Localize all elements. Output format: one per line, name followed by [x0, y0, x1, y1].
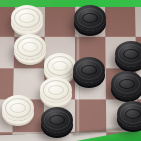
dark-square-c2r0: [45, 7, 75, 37]
white-checker-piece-c2r2[interactable]: [44, 53, 76, 79]
light-square-c0r1: [0, 37, 14, 68]
white-checker-piece-c1r0[interactable]: [11, 5, 43, 31]
black-checker-piece-c2r4[interactable]: [41, 107, 73, 133]
checkers-photo-scene: [0, 0, 141, 141]
light-square-c5r0: [135, 7, 141, 37]
white-checker-piece-c2r3[interactable]: [40, 77, 72, 103]
black-checker-piece-c3r0[interactable]: [74, 5, 106, 31]
black-checker-piece-c3r2[interactable]: [73, 57, 105, 83]
dark-square-c4r0: [105, 7, 136, 37]
white-checker-piece-c1r1[interactable]: [14, 34, 46, 60]
black-checker-piece-c4r2[interactable]: [111, 71, 141, 97]
white-checker-piece-c1r3[interactable]: [2, 95, 34, 121]
black-checker-piece-c4r3[interactable]: [117, 101, 141, 127]
black-checker-piece-c4r1[interactable]: [115, 41, 141, 67]
